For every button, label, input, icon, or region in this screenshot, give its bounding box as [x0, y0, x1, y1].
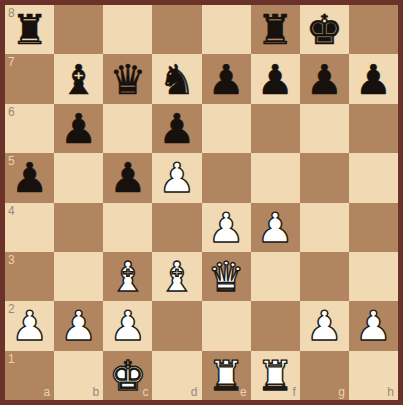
black-pawn-icon[interactable]: ♟ — [11, 158, 48, 199]
square-c2[interactable]: ♟ — [103, 301, 152, 350]
square-d8[interactable] — [152, 5, 201, 54]
square-b1[interactable]: b — [54, 351, 103, 400]
square-f7[interactable]: ♟ — [251, 54, 300, 103]
white-pawn-icon[interactable]: ♟ — [257, 208, 294, 249]
square-b8[interactable] — [54, 5, 103, 54]
square-e8[interactable] — [202, 5, 251, 54]
rank-label-6: 6 — [8, 106, 15, 118]
square-b6[interactable]: ♟ — [54, 104, 103, 153]
file-label-a: a — [43, 386, 50, 398]
square-h1[interactable]: h — [349, 351, 398, 400]
white-pawn-icon[interactable]: ♟ — [60, 306, 97, 347]
square-e6[interactable] — [202, 104, 251, 153]
square-b4[interactable] — [54, 203, 103, 252]
white-queen-icon[interactable]: ♛ — [208, 257, 245, 298]
square-h6[interactable] — [349, 104, 398, 153]
square-g2[interactable]: ♟ — [300, 301, 349, 350]
rank-label-3: 3 — [8, 254, 15, 266]
square-f8[interactable]: ♜ — [251, 5, 300, 54]
white-king-icon[interactable]: ♚ — [109, 356, 146, 397]
square-g4[interactable] — [300, 203, 349, 252]
square-g8[interactable]: ♚ — [300, 5, 349, 54]
square-g1[interactable]: g — [300, 351, 349, 400]
square-f4[interactable]: ♟ — [251, 203, 300, 252]
square-f1[interactable]: f♜ — [251, 351, 300, 400]
square-d3[interactable]: ♝ — [152, 252, 201, 301]
square-e2[interactable] — [202, 301, 251, 350]
file-label-b: b — [93, 386, 100, 398]
white-rook-icon[interactable]: ♜ — [257, 356, 294, 397]
chess-board: 8♜♜♚7♝♛♞♟♟♟♟6♟♟5♟♟♟4♟♟3♝♝♛2♟♟♟♟♟1abc♚de♜… — [0, 0, 403, 405]
square-d5[interactable]: ♟ — [152, 153, 201, 202]
black-pawn-icon[interactable]: ♟ — [109, 158, 146, 199]
square-a3[interactable]: 3 — [5, 252, 54, 301]
black-pawn-icon[interactable]: ♟ — [159, 109, 196, 150]
square-d4[interactable] — [152, 203, 201, 252]
square-d7[interactable]: ♞ — [152, 54, 201, 103]
square-a1[interactable]: 1a — [5, 351, 54, 400]
square-a2[interactable]: 2♟ — [5, 301, 54, 350]
file-label-g: g — [338, 386, 345, 398]
square-a4[interactable]: 4 — [5, 203, 54, 252]
white-pawn-icon[interactable]: ♟ — [11, 306, 48, 347]
square-f2[interactable] — [251, 301, 300, 350]
square-b5[interactable] — [54, 153, 103, 202]
square-c4[interactable] — [103, 203, 152, 252]
rank-label-7: 7 — [8, 56, 15, 68]
white-bishop-icon[interactable]: ♝ — [109, 257, 146, 298]
white-pawn-icon[interactable]: ♟ — [306, 306, 343, 347]
square-d2[interactable] — [152, 301, 201, 350]
square-f3[interactable] — [251, 252, 300, 301]
file-label-d: d — [191, 386, 198, 398]
square-c3[interactable]: ♝ — [103, 252, 152, 301]
square-f5[interactable] — [251, 153, 300, 202]
chess-board-container: 8♜♜♚7♝♛♞♟♟♟♟6♟♟5♟♟♟4♟♟3♝♝♛2♟♟♟♟♟1abc♚de♜… — [0, 0, 403, 405]
square-c8[interactable] — [103, 5, 152, 54]
rank-label-4: 4 — [8, 205, 15, 217]
black-rook-icon[interactable]: ♜ — [11, 10, 48, 51]
square-c7[interactable]: ♛ — [103, 54, 152, 103]
rank-label-1: 1 — [8, 353, 15, 365]
square-c6[interactable] — [103, 104, 152, 153]
square-a8[interactable]: 8♜ — [5, 5, 54, 54]
white-pawn-icon[interactable]: ♟ — [355, 306, 392, 347]
black-pawn-icon[interactable]: ♟ — [306, 60, 343, 101]
white-bishop-icon[interactable]: ♝ — [159, 257, 196, 298]
white-pawn-icon[interactable]: ♟ — [109, 306, 146, 347]
square-a5[interactable]: 5♟ — [5, 153, 54, 202]
square-g7[interactable]: ♟ — [300, 54, 349, 103]
square-h2[interactable]: ♟ — [349, 301, 398, 350]
square-h3[interactable] — [349, 252, 398, 301]
white-rook-icon[interactable]: ♜ — [208, 356, 245, 397]
black-bishop-icon[interactable]: ♝ — [60, 60, 97, 101]
file-label-h: h — [387, 386, 394, 398]
square-f6[interactable] — [251, 104, 300, 153]
square-h7[interactable]: ♟ — [349, 54, 398, 103]
white-pawn-icon[interactable]: ♟ — [208, 208, 245, 249]
square-g6[interactable] — [300, 104, 349, 153]
black-knight-icon[interactable]: ♞ — [159, 60, 196, 101]
square-g5[interactable] — [300, 153, 349, 202]
square-d1[interactable]: d — [152, 351, 201, 400]
black-pawn-icon[interactable]: ♟ — [355, 60, 392, 101]
square-e1[interactable]: e♜ — [202, 351, 251, 400]
square-e5[interactable] — [202, 153, 251, 202]
square-c1[interactable]: c♚ — [103, 351, 152, 400]
square-e4[interactable]: ♟ — [202, 203, 251, 252]
black-queen-icon[interactable]: ♛ — [109, 60, 146, 101]
square-d6[interactable]: ♟ — [152, 104, 201, 153]
square-c5[interactable]: ♟ — [103, 153, 152, 202]
square-a7[interactable]: 7 — [5, 54, 54, 103]
square-e7[interactable]: ♟ — [202, 54, 251, 103]
square-h8[interactable] — [349, 5, 398, 54]
square-g3[interactable] — [300, 252, 349, 301]
black-pawn-icon[interactable]: ♟ — [208, 60, 245, 101]
white-pawn-icon[interactable]: ♟ — [159, 158, 196, 199]
square-b7[interactable]: ♝ — [54, 54, 103, 103]
square-b3[interactable] — [54, 252, 103, 301]
square-b2[interactable]: ♟ — [54, 301, 103, 350]
square-a6[interactable]: 6 — [5, 104, 54, 153]
black-pawn-icon[interactable]: ♟ — [257, 60, 294, 101]
black-rook-icon[interactable]: ♜ — [257, 10, 294, 51]
black-pawn-icon[interactable]: ♟ — [60, 109, 97, 150]
black-king-icon[interactable]: ♚ — [306, 10, 343, 51]
square-e3[interactable]: ♛ — [202, 252, 251, 301]
square-h4[interactable] — [349, 203, 398, 252]
square-h5[interactable] — [349, 153, 398, 202]
